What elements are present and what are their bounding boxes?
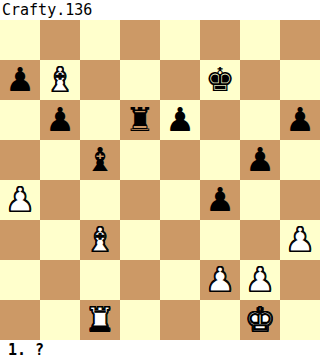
square-d8[interactable] [120, 20, 160, 60]
square-d1[interactable] [120, 300, 160, 340]
square-f4[interactable]: ♟ [200, 180, 240, 220]
square-f1[interactable] [200, 300, 240, 340]
square-g6[interactable] [240, 100, 280, 140]
piece-white-bishop: ♝ [85, 220, 115, 260]
square-b7[interactable]: ♝ [40, 60, 80, 100]
piece-black-pawn: ♟ [165, 100, 195, 140]
square-d4[interactable] [120, 180, 160, 220]
square-a2[interactable] [0, 260, 40, 300]
piece-black-bishop: ♝ [85, 140, 115, 180]
square-c5[interactable]: ♝ [80, 140, 120, 180]
square-b2[interactable] [40, 260, 80, 300]
square-g1[interactable]: ♚ [240, 300, 280, 340]
square-a4[interactable]: ♟ [0, 180, 40, 220]
square-d5[interactable] [120, 140, 160, 180]
square-g8[interactable] [240, 20, 280, 60]
square-g3[interactable] [240, 220, 280, 260]
square-h4[interactable] [280, 180, 320, 220]
square-h3[interactable]: ♟ [280, 220, 320, 260]
diagram-title: Crafty.136 [0, 0, 320, 20]
square-c2[interactable] [80, 260, 120, 300]
move-prompt: 1. ? [0, 340, 320, 360]
square-h8[interactable] [280, 20, 320, 60]
square-d2[interactable] [120, 260, 160, 300]
square-a5[interactable] [0, 140, 40, 180]
square-e7[interactable] [160, 60, 200, 100]
piece-black-pawn: ♟ [45, 100, 75, 140]
square-h2[interactable] [280, 260, 320, 300]
square-a1[interactable] [0, 300, 40, 340]
square-e1[interactable] [160, 300, 200, 340]
square-d3[interactable] [120, 220, 160, 260]
square-g7[interactable] [240, 60, 280, 100]
square-f5[interactable] [200, 140, 240, 180]
piece-white-pawn: ♟ [205, 260, 235, 300]
square-h6[interactable]: ♟ [280, 100, 320, 140]
square-h5[interactable] [280, 140, 320, 180]
square-a3[interactable] [0, 220, 40, 260]
chess-diagram: Crafty.136 ♟♝♚♟♜♟♟♝♟♟♟♝♟♟♟♜♚ 1. ? [0, 0, 320, 360]
square-e2[interactable] [160, 260, 200, 300]
piece-black-pawn: ♟ [5, 60, 35, 100]
square-d7[interactable] [120, 60, 160, 100]
square-b8[interactable] [40, 20, 80, 60]
square-a7[interactable]: ♟ [0, 60, 40, 100]
square-b4[interactable] [40, 180, 80, 220]
square-a6[interactable] [0, 100, 40, 140]
square-e8[interactable] [160, 20, 200, 60]
square-f7[interactable]: ♚ [200, 60, 240, 100]
piece-white-rook: ♜ [85, 300, 115, 340]
square-c7[interactable] [80, 60, 120, 100]
square-b6[interactable]: ♟ [40, 100, 80, 140]
piece-white-bishop: ♝ [45, 60, 75, 100]
piece-white-pawn: ♟ [285, 220, 315, 260]
piece-white-king: ♚ [245, 300, 275, 340]
piece-white-pawn: ♟ [245, 260, 275, 300]
square-b1[interactable] [40, 300, 80, 340]
piece-black-pawn: ♟ [245, 140, 275, 180]
piece-black-rook: ♜ [125, 100, 155, 140]
square-g2[interactable]: ♟ [240, 260, 280, 300]
square-d6[interactable]: ♜ [120, 100, 160, 140]
square-a8[interactable] [0, 20, 40, 60]
square-f3[interactable] [200, 220, 240, 260]
square-b3[interactable] [40, 220, 80, 260]
piece-white-pawn: ♟ [5, 180, 35, 220]
piece-black-king: ♚ [205, 60, 235, 100]
square-b5[interactable] [40, 140, 80, 180]
square-c1[interactable]: ♜ [80, 300, 120, 340]
square-c4[interactable] [80, 180, 120, 220]
piece-black-pawn: ♟ [285, 100, 315, 140]
square-g4[interactable] [240, 180, 280, 220]
chess-board: ♟♝♚♟♜♟♟♝♟♟♟♝♟♟♟♜♚ [0, 20, 320, 340]
piece-black-pawn: ♟ [205, 180, 235, 220]
square-h1[interactable] [280, 300, 320, 340]
square-f8[interactable] [200, 20, 240, 60]
square-e4[interactable] [160, 180, 200, 220]
square-h7[interactable] [280, 60, 320, 100]
square-c3[interactable]: ♝ [80, 220, 120, 260]
square-f2[interactable]: ♟ [200, 260, 240, 300]
square-e5[interactable] [160, 140, 200, 180]
square-f6[interactable] [200, 100, 240, 140]
square-c6[interactable] [80, 100, 120, 140]
square-e3[interactable] [160, 220, 200, 260]
square-e6[interactable]: ♟ [160, 100, 200, 140]
square-c8[interactable] [80, 20, 120, 60]
square-g5[interactable]: ♟ [240, 140, 280, 180]
